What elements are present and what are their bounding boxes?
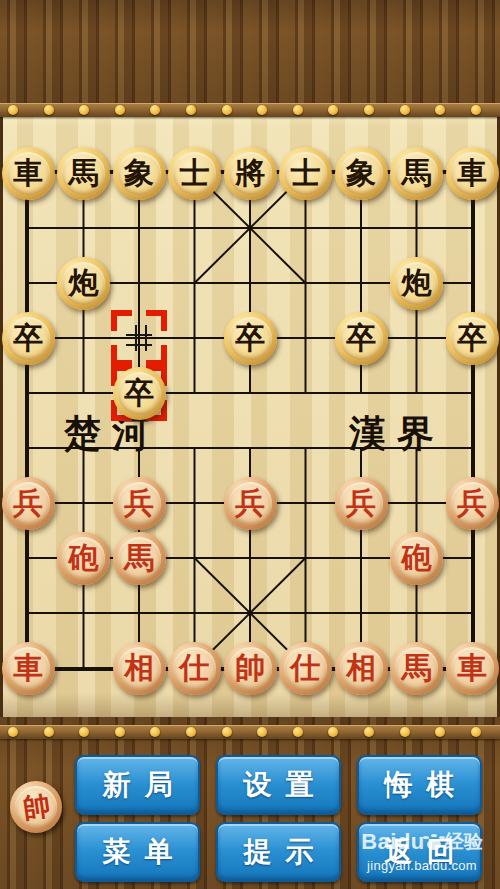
back-button[interactable]: 返回 [357,822,482,882]
piece-black-horse-right[interactable]: 馬 [390,147,443,200]
button-grid: 新局设置悔棋菜单提示返回 [75,755,482,882]
wood-frame-top [0,0,500,103]
piece-black-soldier-5[interactable]: 卒 [224,312,277,365]
rivet-strip-bottom [0,725,500,739]
piece-black-cannon-left[interactable]: 炮 [57,257,110,310]
piece-black-horse-left[interactable]: 馬 [57,147,110,200]
rivet-stud [293,727,303,737]
rivet-stud [471,727,481,737]
rivet-stud [222,105,232,115]
piece-black-elephant-right[interactable]: 象 [335,147,388,200]
menu-button[interactable]: 菜单 [75,822,200,882]
rivet-stud [435,727,445,737]
rivet-stud [471,105,481,115]
turn-indicator-face: 帥 [15,786,57,828]
rivet-stud [435,105,445,115]
control-panel: 帥 新局设置悔棋菜单提示返回 Baidu 经验 jingyan.baidu.co… [0,717,500,889]
piece-red-chariot-right[interactable]: 車 [446,642,499,695]
rivet-stud [186,105,196,115]
piece-red-soldier-9[interactable]: 兵 [446,477,499,530]
source-crosshair-icon [126,325,152,351]
rivet-strip-top [0,103,500,117]
rivet-stud [8,727,18,737]
rivet-stud [328,727,338,737]
piece-black-chariot-left[interactable]: 車 [2,147,55,200]
rivet-stud [115,727,125,737]
piece-black-advisor-left[interactable]: 士 [168,147,221,200]
rivet-stud [257,727,267,737]
river-label-right: 漢界 [349,409,445,459]
piece-red-cannon-right[interactable]: 砲 [390,532,443,585]
piece-black-soldier-9[interactable]: 卒 [446,312,499,365]
rivet-stud [400,727,410,737]
piece-red-advisor-left[interactable]: 仕 [168,642,221,695]
turn-indicator-piece: 帥 [10,781,62,833]
rivet-stud [364,727,374,737]
rivet-stud [400,105,410,115]
piece-black-soldier-1[interactable]: 卒 [2,312,55,365]
piece-black-cannon-right[interactable]: 炮 [390,257,443,310]
piece-black-general[interactable]: 將 [224,147,277,200]
rivet-stud [328,105,338,115]
xiangqi-board: 楚河 漢界 車馬象士將士象馬車炮炮卒卒卒卒卒兵兵兵兵兵砲馬砲車相仕帥仕相馬車 [0,117,500,717]
piece-red-soldier-5[interactable]: 兵 [224,477,277,530]
piece-red-cannon-left[interactable]: 砲 [57,532,110,585]
piece-black-advisor-right[interactable]: 士 [279,147,332,200]
piece-red-general[interactable]: 帥 [224,642,277,695]
rivet-stud [257,105,267,115]
piece-black-chariot-right[interactable]: 車 [446,147,499,200]
piece-red-soldier-3[interactable]: 兵 [113,477,166,530]
rivet-stud [364,105,374,115]
piece-red-elephant-right[interactable]: 相 [335,642,388,695]
rivet-stud [293,105,303,115]
rivet-stud [79,727,89,737]
piece-red-chariot-left[interactable]: 車 [2,642,55,695]
hint-button[interactable]: 提示 [216,822,341,882]
rivet-stud [150,105,160,115]
rivet-stud [150,727,160,737]
piece-black-soldier-3[interactable]: 卒 [113,367,166,420]
rivet-stud [44,727,54,737]
rivet-stud [115,105,125,115]
piece-red-horse-left[interactable]: 馬 [113,532,166,585]
piece-red-soldier-7[interactable]: 兵 [335,477,388,530]
piece-red-soldier-1[interactable]: 兵 [2,477,55,530]
rivet-stud [79,105,89,115]
piece-black-soldier-7[interactable]: 卒 [335,312,388,365]
piece-black-elephant-left[interactable]: 象 [113,147,166,200]
rivet-stud [8,105,18,115]
turn-indicator-char: 帥 [20,787,52,826]
rivet-stud [186,727,196,737]
rivet-stud [44,105,54,115]
settings-button[interactable]: 设置 [216,755,341,815]
new-game-button[interactable]: 新局 [75,755,200,815]
piece-red-advisor-right[interactable]: 仕 [279,642,332,695]
piece-red-elephant-left[interactable]: 相 [113,642,166,695]
rivet-stud [222,727,232,737]
undo-button[interactable]: 悔棋 [357,755,482,815]
piece-red-horse-right[interactable]: 馬 [390,642,443,695]
game-screen: 楚河 漢界 車馬象士將士象馬車炮炮卒卒卒卒卒兵兵兵兵兵砲馬砲車相仕帥仕相馬車 帥… [0,0,500,889]
